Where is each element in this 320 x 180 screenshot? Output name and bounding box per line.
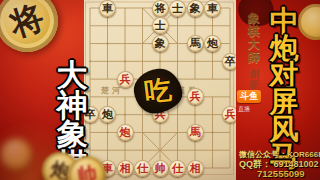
capture-badge-text: 吃 [142, 71, 173, 110]
xiangqi-piece-red: 仕 [134, 160, 151, 177]
jiang-piece-graphic: 将 [0, 0, 66, 60]
xiangqi-board: 楚河 漢界 車将士象車士象馬炮卒兵兵卒炮兵兵炮馬車相仕帅仕相 吃 [84, 0, 236, 180]
title-char: 新 [248, 79, 260, 90]
xiangqi-piece-black: 馬 [187, 35, 204, 52]
title-char: 炮 [267, 35, 301, 62]
xiangqi-piece-red: 兵 [187, 88, 204, 105]
xiangqi-piece-black: 士 [169, 0, 186, 17]
subtitle-text: 象棋大師 [246, 12, 261, 64]
title-char: 創 [248, 68, 260, 79]
xiangqi-piece-black: 車 [204, 0, 221, 17]
qq-group2-line: 712555099 [257, 168, 305, 179]
river-text-left: 楚河 [101, 85, 123, 96]
title-char: 師 [246, 51, 261, 64]
douyu-subtext: 直播 [238, 105, 250, 114]
left-banner: 将 大神象棋 炮 帅 [0, 0, 84, 180]
xiangqi-piece-red: 馬 [187, 124, 204, 141]
xiangqi-piece-black: 炮 [204, 35, 221, 52]
video-title: 中炮对屏风马 [267, 8, 301, 170]
xiangqi-piece-black: 士 [152, 17, 169, 34]
xiangqi-piece-red: 帅 [152, 160, 169, 177]
blurred-shuai-text: 帅 [75, 160, 99, 180]
douyu-badge-text: 斗鱼 [240, 90, 258, 103]
title-char: 对 [267, 62, 301, 89]
xiangqi-piece-black: 象 [187, 0, 204, 17]
jiang-piece-text: 将 [4, 0, 49, 47]
xiangqi-piece-red: 炮 [117, 124, 134, 141]
xiangqi-piece-red: 相 [117, 160, 134, 177]
douyu-badge: 斗鱼 [237, 90, 261, 103]
xiangqi-piece-red: 相 [187, 160, 204, 177]
title-char: 神 [50, 91, 94, 121]
title-char: 屏 [267, 89, 301, 116]
xiangqi-piece-red: 仕 [169, 160, 186, 177]
title-char: 中 [267, 8, 301, 35]
gold-piece-decor [298, 4, 320, 40]
right-banner: 象棋大師 創新 中炮对屏风马 斗鱼 直播 微信公众号：KOR666R QQ群： … [236, 0, 320, 180]
xiangqi-piece-black: 象 [152, 35, 169, 52]
xiangqi-piece-red: 兵 [117, 71, 134, 88]
xiangqi-piece-black: 将 [152, 0, 169, 17]
title-char: 风 [267, 116, 301, 143]
video-thumbnail[interactable]: 楚河 漢界 車将士象車士象馬炮卒兵兵卒炮兵兵炮馬車相仕帅仕相 吃 将 大神象棋 … [0, 0, 320, 180]
title-char: 大 [50, 61, 94, 91]
title-char: 象 [50, 120, 94, 150]
blurred-piece-decor [0, 138, 32, 170]
xiangqi-piece-black: 車 [99, 0, 116, 17]
subtitle2-text: 創新 [248, 68, 260, 90]
